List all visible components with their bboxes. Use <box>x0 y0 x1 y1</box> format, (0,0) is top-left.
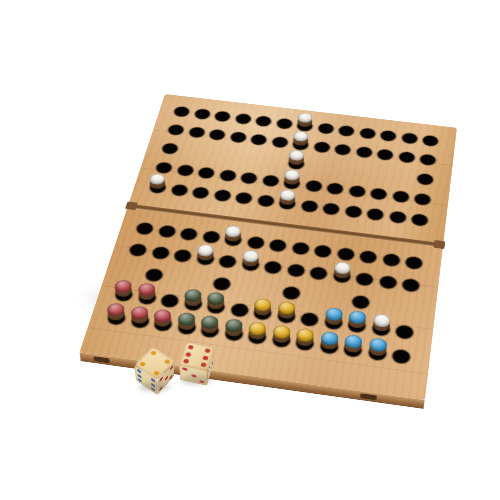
board-cell <box>395 149 418 166</box>
hole <box>197 167 215 179</box>
board-cell <box>320 312 346 333</box>
peg-blue[interactable] <box>339 339 366 360</box>
hole <box>276 118 293 129</box>
hole <box>402 278 420 292</box>
board-cell <box>408 211 432 229</box>
hole <box>271 136 288 148</box>
hole <box>389 211 406 224</box>
hole <box>370 188 387 201</box>
game-board <box>80 94 457 400</box>
board-cell <box>226 300 253 320</box>
board-cell <box>315 336 342 357</box>
board-cell <box>385 208 409 226</box>
hole <box>208 129 226 141</box>
hole <box>160 294 180 309</box>
peg-white[interactable] <box>237 255 263 274</box>
board-cell <box>278 283 304 303</box>
hole <box>401 133 417 145</box>
hole <box>212 277 231 291</box>
hole <box>336 247 354 261</box>
die-pip <box>153 370 160 376</box>
hole <box>193 108 210 119</box>
board-cell <box>243 234 269 253</box>
hole <box>305 180 323 193</box>
hole <box>380 130 397 142</box>
board-cell <box>348 292 374 312</box>
board-cell <box>220 324 247 345</box>
board-cell <box>345 183 369 200</box>
hole <box>255 116 272 127</box>
hole <box>313 141 330 153</box>
board-cell <box>363 206 387 224</box>
board-cell <box>352 144 375 160</box>
hole <box>348 185 365 198</box>
hole <box>355 272 373 286</box>
peg-green[interactable] <box>220 324 247 345</box>
hole <box>157 225 176 238</box>
hole <box>344 205 362 218</box>
die-pip <box>139 361 146 367</box>
board-cell <box>237 255 263 274</box>
board-cell <box>319 200 343 218</box>
board-cell <box>272 116 295 132</box>
board-cell <box>333 245 358 264</box>
hole <box>417 173 434 185</box>
hole <box>281 286 300 300</box>
board-cell <box>208 274 235 294</box>
hole <box>309 266 328 280</box>
board-cell <box>344 316 370 337</box>
hole <box>398 151 415 163</box>
board-cell <box>379 251 404 270</box>
board-cell <box>341 203 365 221</box>
hole <box>229 131 246 143</box>
hole <box>179 228 198 241</box>
board-cell <box>402 253 427 272</box>
board-cell <box>392 322 418 343</box>
peg-white[interactable] <box>275 195 300 213</box>
board-cell <box>368 319 394 340</box>
hole <box>338 125 355 137</box>
hole <box>359 128 376 140</box>
die-pip <box>164 359 171 365</box>
clasp <box>93 356 109 363</box>
peg-yellow[interactable] <box>267 330 294 351</box>
hole <box>161 143 179 155</box>
die-pip <box>208 366 209 373</box>
hole <box>355 146 372 158</box>
hole <box>314 245 332 259</box>
board-cell <box>252 113 276 129</box>
hole <box>173 106 190 117</box>
hole <box>234 113 251 124</box>
board-cell <box>331 142 354 158</box>
hole <box>170 184 188 197</box>
board-cell <box>296 309 322 329</box>
board-cell <box>297 197 322 215</box>
scene <box>0 0 500 500</box>
board-cell <box>339 339 366 360</box>
die-pip <box>165 375 168 381</box>
board-cell <box>249 303 276 323</box>
hole <box>419 154 436 166</box>
hole <box>201 230 220 243</box>
hole <box>261 175 279 187</box>
board-cell <box>377 128 400 144</box>
board-cell <box>247 132 271 148</box>
die-pip <box>212 361 213 368</box>
hole <box>219 169 237 181</box>
board-cell <box>314 121 337 137</box>
board-cell <box>356 248 381 267</box>
hole <box>334 144 351 156</box>
board-cell <box>388 346 414 367</box>
hole <box>155 162 173 174</box>
hole <box>250 134 267 146</box>
board-cell <box>411 191 435 209</box>
hole <box>135 222 154 235</box>
hole <box>191 187 209 200</box>
hole <box>188 127 206 139</box>
hole <box>173 249 192 263</box>
board-cell <box>260 258 286 277</box>
board-cell <box>398 276 423 296</box>
hole <box>405 256 423 270</box>
hole <box>317 123 334 135</box>
hole <box>377 149 394 161</box>
hole <box>414 193 431 206</box>
board-cell <box>140 265 167 284</box>
hole <box>263 261 282 275</box>
peg-white[interactable] <box>329 267 354 286</box>
die-2-cube <box>183 353 211 374</box>
board-perspective-wrap <box>0 0 500 500</box>
hole <box>151 246 170 260</box>
peg-yellow[interactable] <box>244 327 271 348</box>
peg-blue[interactable] <box>364 343 390 364</box>
hole <box>240 172 258 184</box>
board-cell <box>301 178 325 195</box>
die-pip <box>170 365 173 371</box>
board-cell <box>329 267 354 286</box>
board-cell <box>310 242 335 261</box>
board-cell <box>356 125 379 141</box>
board-cell <box>352 270 377 289</box>
board-cell <box>335 123 358 139</box>
board-cell <box>283 261 309 280</box>
die-pip <box>188 345 194 350</box>
peg-yellow[interactable] <box>273 306 300 326</box>
board-cell <box>258 172 282 189</box>
clasp <box>360 393 377 400</box>
board-cell <box>253 192 278 210</box>
hole <box>382 253 400 267</box>
hole <box>392 190 409 203</box>
board-cell <box>414 171 437 188</box>
peg-blue[interactable] <box>320 312 346 333</box>
board-cell <box>389 188 413 205</box>
hole <box>214 111 231 122</box>
hole <box>269 239 288 253</box>
hole <box>128 243 147 257</box>
die-pip <box>205 348 211 353</box>
hole <box>291 242 309 256</box>
hole <box>395 325 414 340</box>
hole <box>300 200 318 213</box>
hole <box>167 124 185 136</box>
peg-yellow[interactable] <box>291 333 318 354</box>
board-cell <box>323 180 347 197</box>
die-1-cube <box>144 356 167 386</box>
hole <box>144 268 164 282</box>
hole <box>326 182 344 195</box>
board-cell <box>373 147 396 163</box>
board-cell <box>306 264 332 283</box>
board-cell <box>416 152 439 169</box>
board-cell <box>158 140 183 156</box>
die-pip <box>182 367 187 371</box>
hole <box>286 263 305 277</box>
die-pip <box>150 350 157 356</box>
hole <box>392 349 411 365</box>
die-shadow <box>139 383 169 391</box>
board-cell <box>268 134 292 150</box>
hole <box>300 312 319 327</box>
hole <box>422 135 438 147</box>
die-pip <box>185 352 191 357</box>
hole <box>366 208 384 221</box>
hole <box>213 189 231 202</box>
board-cell <box>310 139 334 155</box>
board-cell <box>275 195 300 213</box>
board-cell <box>244 327 271 348</box>
hole <box>411 213 428 226</box>
hole <box>246 236 265 249</box>
board-cell <box>398 130 421 146</box>
hole <box>235 192 253 205</box>
board-cell <box>273 306 300 326</box>
board-cell <box>267 330 294 351</box>
die-pip <box>200 362 206 367</box>
hole <box>218 255 237 269</box>
board-cell <box>419 133 442 149</box>
die-pip <box>183 359 189 364</box>
board-cell <box>265 236 290 255</box>
peg-yellow[interactable] <box>249 303 276 323</box>
die-shadow <box>181 376 211 384</box>
hole <box>378 275 396 289</box>
board-cell <box>367 185 391 202</box>
hole <box>176 164 194 176</box>
board-cell <box>375 273 400 293</box>
board-cell <box>288 239 313 258</box>
hole <box>322 203 340 216</box>
board-cell <box>291 333 318 354</box>
hole <box>256 195 274 208</box>
peg-white[interactable] <box>368 319 394 340</box>
hole <box>351 295 370 310</box>
die-pip <box>202 355 208 360</box>
peg-blue[interactable] <box>344 316 370 337</box>
peg-blue[interactable] <box>315 336 342 357</box>
hole <box>229 303 249 318</box>
die-pip <box>159 376 162 382</box>
hinge-notch <box>433 240 445 249</box>
board-cell <box>364 343 390 364</box>
hole <box>359 250 377 264</box>
